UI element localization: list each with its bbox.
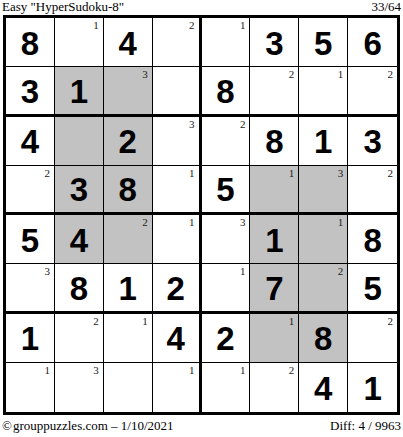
copyright-text: grouppuzzles.com – 1/10/2021 xyxy=(13,418,174,433)
given-digit: 5 xyxy=(314,27,332,60)
cell-r6c2: 8 xyxy=(55,264,104,313)
corner-mark: 2 xyxy=(289,364,295,376)
corner-mark: 3 xyxy=(189,118,195,130)
corner-mark: 1 xyxy=(240,19,246,31)
given-digit: 2 xyxy=(216,322,234,355)
cell-r4c1[interactable]: 2 xyxy=(6,166,55,215)
footer: © grouppuzzles.com – 1/10/2021 Diff: 4 /… xyxy=(2,418,401,433)
cell-r2c1: 3 xyxy=(6,67,55,116)
cell-r6c7[interactable]: 2 xyxy=(299,264,348,313)
corner-mark: 1 xyxy=(240,265,246,277)
given-digit: 1 xyxy=(314,125,332,158)
given-digit: 8 xyxy=(265,125,283,158)
corner-mark: 2 xyxy=(93,315,99,327)
cell-r3c3: 2 xyxy=(104,117,153,166)
cell-r2c8[interactable]: 2 xyxy=(348,67,397,116)
cell-r3c2[interactable] xyxy=(55,117,104,166)
cell-r7c3[interactable]: 1 xyxy=(104,314,153,363)
given-digit: 8 xyxy=(119,173,137,206)
cell-r8c7: 4 xyxy=(299,363,348,412)
cell-r2c4[interactable] xyxy=(153,67,202,116)
cell-r1c5[interactable]: 1 xyxy=(202,18,251,67)
given-digit: 5 xyxy=(363,272,381,305)
cell-r4c2: 3 xyxy=(55,166,104,215)
cell-r7c4: 4 xyxy=(153,314,202,363)
corner-mark: 1 xyxy=(189,364,195,376)
cell-r5c4[interactable]: 1 xyxy=(153,215,202,264)
corner-mark: 1 xyxy=(338,216,344,228)
given-digit: 8 xyxy=(216,75,234,108)
given-digit: 4 xyxy=(119,27,137,60)
cell-r3c5[interactable]: 2 xyxy=(202,117,251,166)
given-digit: 8 xyxy=(314,322,332,355)
corner-mark: 2 xyxy=(289,68,295,80)
corner-mark: 2 xyxy=(388,68,394,80)
cell-r1c3: 4 xyxy=(104,18,153,67)
corner-mark: 2 xyxy=(142,216,148,228)
cell-r7c8[interactable]: 2 xyxy=(348,314,397,363)
corner-mark: 2 xyxy=(240,118,246,130)
given-digit: 4 xyxy=(166,322,184,355)
given-digit: 1 xyxy=(70,75,88,108)
cell-r2c2: 1 xyxy=(55,67,104,116)
corner-mark: 1 xyxy=(189,216,195,228)
cell-r4c8[interactable]: 2 xyxy=(348,166,397,215)
header: Easy "HyperSudoku-8" 33/64 xyxy=(2,0,401,15)
cell-r4c5: 5 xyxy=(202,166,251,215)
cell-r7c1: 1 xyxy=(6,314,55,363)
puzzle-title: Easy "HyperSudoku-8" xyxy=(2,0,124,14)
given-digit: 1 xyxy=(119,272,137,305)
difficulty-label: Diff: 4 / 9963 xyxy=(330,418,401,433)
cell-r8c4[interactable]: 1 xyxy=(153,363,202,412)
given-digit: 8 xyxy=(70,272,88,305)
given-digit: 2 xyxy=(119,125,137,158)
corner-mark: 2 xyxy=(388,167,394,179)
cell-r5c6: 1 xyxy=(250,215,299,264)
cell-r8c5[interactable]: 1 xyxy=(202,363,251,412)
cell-r4c6[interactable]: 1 xyxy=(250,166,299,215)
given-digit: 4 xyxy=(21,125,39,158)
cell-r5c2: 4 xyxy=(55,215,104,264)
cell-r1c8: 6 xyxy=(348,18,397,67)
corner-mark: 3 xyxy=(142,68,148,80)
cell-r7c7: 8 xyxy=(299,314,348,363)
corner-mark: 1 xyxy=(93,19,99,31)
corner-mark: 3 xyxy=(93,364,99,376)
cell-r8c2[interactable]: 3 xyxy=(55,363,104,412)
cell-r1c6: 3 xyxy=(250,18,299,67)
cell-r1c2[interactable]: 1 xyxy=(55,18,104,67)
cell-r3c7: 1 xyxy=(299,117,348,166)
cell-r3c1: 4 xyxy=(6,117,55,166)
corner-mark: 1 xyxy=(240,364,246,376)
corner-mark: 1 xyxy=(142,315,148,327)
given-digit: 2 xyxy=(166,272,184,305)
corner-mark: 2 xyxy=(388,315,394,327)
cell-r6c6: 7 xyxy=(250,264,299,313)
given-digit: 1 xyxy=(363,372,381,405)
corner-mark: 2 xyxy=(189,19,195,31)
cell-r1c4[interactable]: 2 xyxy=(153,18,202,67)
cell-r7c5: 2 xyxy=(202,314,251,363)
cell-r7c6[interactable]: 1 xyxy=(250,314,299,363)
cell-r5c8: 8 xyxy=(348,215,397,264)
cell-r6c1[interactable]: 3 xyxy=(6,264,55,313)
corner-mark: 3 xyxy=(44,265,50,277)
cell-r1c7: 5 xyxy=(299,18,348,67)
given-digit: 6 xyxy=(363,27,381,60)
cell-r4c3: 8 xyxy=(104,166,153,215)
cell-r8c3[interactable] xyxy=(104,363,153,412)
cell-r5c5[interactable]: 3 xyxy=(202,215,251,264)
cell-r5c7[interactable]: 1 xyxy=(299,215,348,264)
cell-r2c5: 8 xyxy=(202,67,251,116)
cell-r8c8: 1 xyxy=(348,363,397,412)
copyright-line: © grouppuzzles.com – 1/10/2021 xyxy=(2,418,174,433)
cell-r7c2[interactable]: 2 xyxy=(55,314,104,363)
cell-r4c7[interactable]: 3 xyxy=(299,166,348,215)
cell-r2c6[interactable]: 2 xyxy=(250,67,299,116)
corner-mark: 3 xyxy=(338,167,344,179)
cell-r6c8: 5 xyxy=(348,264,397,313)
sudoku-board: 8142135631382124232813238151325421311838… xyxy=(3,15,400,415)
given-digit: 3 xyxy=(70,173,88,206)
puzzle-page: Easy "HyperSudoku-8" 33/64 8142135631382… xyxy=(0,0,403,437)
cell-r2c3[interactable]: 3 xyxy=(104,67,153,116)
given-digit: 8 xyxy=(363,224,381,257)
cell-r4c4[interactable]: 1 xyxy=(153,166,202,215)
corner-mark: 1 xyxy=(189,167,195,179)
given-digit: 3 xyxy=(265,27,283,60)
cell-r6c5[interactable]: 1 xyxy=(202,264,251,313)
given-digit: 7 xyxy=(265,272,283,305)
cell-r6c3: 1 xyxy=(104,264,153,313)
given-digit: 4 xyxy=(314,372,332,405)
puzzle-counter: 33/64 xyxy=(371,0,401,14)
cell-r3c6: 8 xyxy=(250,117,299,166)
cell-r1c1: 8 xyxy=(6,18,55,67)
corner-mark: 1 xyxy=(289,167,295,179)
corner-mark: 1 xyxy=(289,315,295,327)
given-digit: 3 xyxy=(21,75,39,108)
given-digit: 4 xyxy=(70,224,88,257)
corner-mark: 1 xyxy=(338,68,344,80)
copyright-icon: © xyxy=(2,418,12,433)
cell-r3c8: 3 xyxy=(348,117,397,166)
given-digit: 8 xyxy=(21,27,39,60)
given-digit: 1 xyxy=(265,224,283,257)
cell-r8c1[interactable]: 1 xyxy=(6,363,55,412)
cell-r5c3[interactable]: 2 xyxy=(104,215,153,264)
given-digit: 5 xyxy=(21,224,39,257)
cell-r3c4[interactable]: 3 xyxy=(153,117,202,166)
cell-r6c4: 2 xyxy=(153,264,202,313)
cell-r2c7[interactable]: 1 xyxy=(299,67,348,116)
corner-mark: 2 xyxy=(44,167,50,179)
cell-r5c1: 5 xyxy=(6,215,55,264)
given-digit: 3 xyxy=(363,125,381,158)
cell-r8c6[interactable]: 2 xyxy=(250,363,299,412)
given-digit: 1 xyxy=(21,322,39,355)
corner-mark: 2 xyxy=(338,265,344,277)
given-digit: 5 xyxy=(216,173,234,206)
corner-mark: 1 xyxy=(44,364,50,376)
corner-mark: 3 xyxy=(240,216,246,228)
